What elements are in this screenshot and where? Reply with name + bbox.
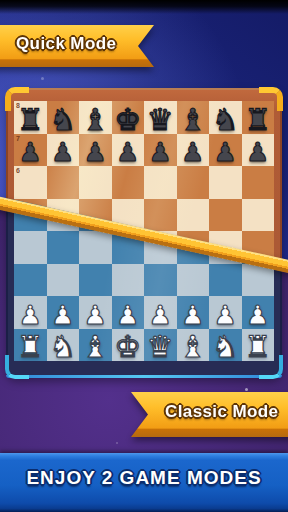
cell-b2[interactable]: ♟ [47, 296, 80, 329]
cell-g1[interactable]: ♞ [209, 329, 242, 362]
black-bishop-c8[interactable]: ♝ [82, 104, 109, 135]
cell-f5[interactable] [177, 199, 210, 232]
black-knight-b8[interactable]: ♞ [49, 104, 76, 135]
cell-d8[interactable]: ♚ [112, 101, 145, 134]
cell-d3[interactable] [112, 264, 145, 297]
top-vignette [0, 0, 288, 14]
quick-mode-banner[interactable]: Quick Mode [0, 25, 154, 67]
black-pawn-d7[interactable]: ♟ [116, 138, 139, 167]
quick-mode-label: Quick Mode [16, 34, 116, 54]
cell-a3[interactable] [14, 264, 47, 297]
cell-c7[interactable]: ♟ [79, 134, 112, 167]
white-pawn-f2[interactable]: ♟ [181, 301, 204, 330]
black-knight-g8[interactable]: ♞ [212, 104, 239, 135]
cell-g7[interactable]: ♟ [209, 134, 242, 167]
white-pawn-g2[interactable]: ♟ [214, 301, 237, 330]
cell-c1[interactable]: ♝ [79, 329, 112, 362]
cell-a7[interactable]: ♟ [14, 134, 47, 167]
black-pawn-a7[interactable]: ♟ [19, 138, 42, 167]
cell-e1[interactable]: ♛ [144, 329, 177, 362]
promo-background: 876 ♜♞♝♚♛♝♞♜♟♟♟♟♟♟♟♟♟♟♟♟♟♟♟♟♜♞♝♚♛♝♞♜ Qui… [0, 0, 288, 512]
board-bottom-glow-edge [6, 375, 282, 378]
cell-e8[interactable]: ♛ [144, 101, 177, 134]
cell-d6[interactable] [112, 166, 145, 199]
black-rook-h8[interactable]: ♜ [244, 104, 271, 135]
white-rook-h1[interactable]: ♜ [244, 331, 271, 362]
cell-f1[interactable]: ♝ [177, 329, 210, 362]
cell-h8[interactable]: ♜ [242, 101, 275, 134]
white-pawn-h2[interactable]: ♟ [246, 301, 269, 330]
cell-b1[interactable]: ♞ [47, 329, 80, 362]
white-rook-a1[interactable]: ♜ [17, 331, 44, 362]
white-pawn-c2[interactable]: ♟ [84, 301, 107, 330]
black-king-d8[interactable]: ♚ [114, 104, 141, 135]
white-pawn-d2[interactable]: ♟ [116, 301, 139, 330]
cell-g3[interactable] [209, 264, 242, 297]
tagline-bar: ENJOY 2 GAME MODES [0, 453, 288, 512]
cell-e6[interactable] [144, 166, 177, 199]
sparkle [41, 77, 44, 80]
cell-g2[interactable]: ♟ [209, 296, 242, 329]
cell-e2[interactable]: ♟ [144, 296, 177, 329]
black-rook-a8[interactable]: ♜ [17, 104, 44, 135]
cell-b6[interactable] [47, 166, 80, 199]
cell-g8[interactable]: ♞ [209, 101, 242, 134]
cell-f7[interactable]: ♟ [177, 134, 210, 167]
white-pawn-a2[interactable]: ♟ [19, 301, 42, 330]
cell-c6[interactable] [79, 166, 112, 199]
cell-f8[interactable]: ♝ [177, 101, 210, 134]
cell-a6[interactable] [14, 166, 47, 199]
cell-g6[interactable] [209, 166, 242, 199]
cell-c8[interactable]: ♝ [79, 101, 112, 134]
cell-b3[interactable] [47, 264, 80, 297]
sparkle [116, 442, 118, 444]
cell-f3[interactable] [177, 264, 210, 297]
cell-a2[interactable]: ♟ [14, 296, 47, 329]
cell-h7[interactable]: ♟ [242, 134, 275, 167]
cell-f6[interactable] [177, 166, 210, 199]
black-pawn-c7[interactable]: ♟ [84, 138, 107, 167]
white-bishop-c1[interactable]: ♝ [82, 331, 109, 362]
black-queen-e8[interactable]: ♛ [147, 104, 174, 135]
white-pawn-b2[interactable]: ♟ [51, 301, 74, 330]
white-bishop-f1[interactable]: ♝ [179, 331, 206, 362]
cell-a4[interactable] [14, 231, 47, 264]
classic-mode-label: Classic Mode [165, 402, 278, 422]
cell-g5[interactable] [209, 199, 242, 232]
white-pawn-e2[interactable]: ♟ [149, 301, 172, 330]
cell-h5[interactable] [242, 199, 275, 232]
cell-f2[interactable]: ♟ [177, 296, 210, 329]
sparkle [245, 388, 248, 391]
cell-e3[interactable] [144, 264, 177, 297]
cell-d7[interactable]: ♟ [112, 134, 145, 167]
cell-a8[interactable]: ♜ [14, 101, 47, 134]
cell-b8[interactable]: ♞ [47, 101, 80, 134]
cell-b4[interactable] [47, 231, 80, 264]
black-pawn-g7[interactable]: ♟ [214, 138, 237, 167]
cell-d2[interactable]: ♟ [112, 296, 145, 329]
cell-c3[interactable] [79, 264, 112, 297]
black-bishop-f8[interactable]: ♝ [179, 104, 206, 135]
white-king-d1[interactable]: ♚ [114, 331, 141, 362]
cell-h1[interactable]: ♜ [242, 329, 275, 362]
cell-c4[interactable] [79, 231, 112, 264]
cell-e5[interactable] [144, 199, 177, 232]
tagline-text: ENJOY 2 GAME MODES [0, 467, 288, 489]
black-pawn-e7[interactable]: ♟ [149, 138, 172, 167]
white-queen-e1[interactable]: ♛ [147, 331, 174, 362]
cell-h6[interactable] [242, 166, 275, 199]
white-knight-g1[interactable]: ♞ [212, 331, 239, 362]
cell-b7[interactable]: ♟ [47, 134, 80, 167]
cell-e7[interactable]: ♟ [144, 134, 177, 167]
classic-mode-banner[interactable]: Classic Mode [131, 392, 288, 437]
cell-d1[interactable]: ♚ [112, 329, 145, 362]
cell-c2[interactable]: ♟ [79, 296, 112, 329]
black-pawn-b7[interactable]: ♟ [51, 138, 74, 167]
black-pawn-h7[interactable]: ♟ [246, 138, 269, 167]
white-knight-b1[interactable]: ♞ [49, 331, 76, 362]
cell-h2[interactable]: ♟ [242, 296, 275, 329]
black-pawn-f7[interactable]: ♟ [181, 138, 204, 167]
cell-a1[interactable]: ♜ [14, 329, 47, 362]
